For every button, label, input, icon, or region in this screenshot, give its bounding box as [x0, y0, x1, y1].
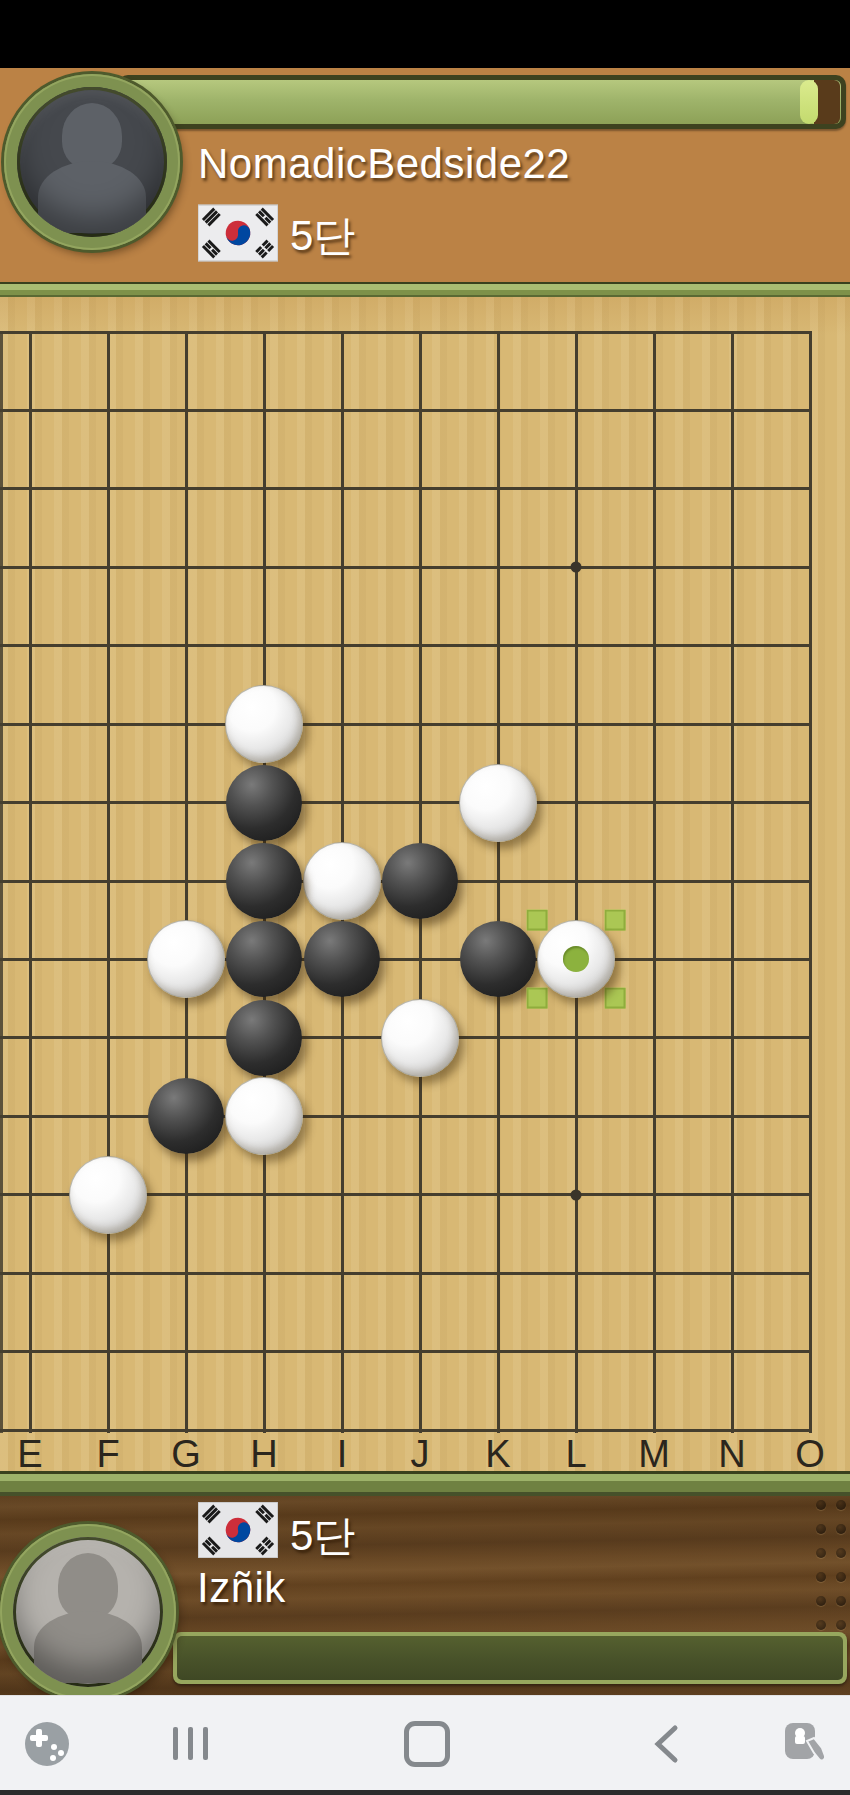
- grid-line-vertical: [107, 332, 110, 1433]
- column-label: L: [546, 1433, 606, 1476]
- column-label: I: [312, 1433, 372, 1476]
- black-stone: [226, 1000, 302, 1076]
- grid-line-vertical: [731, 332, 734, 1433]
- column-label: F: [78, 1433, 138, 1476]
- panel-rivet: [816, 1500, 826, 1510]
- time-bar-fill: [123, 80, 841, 124]
- grid-line-horizontal: [0, 1350, 812, 1353]
- bottom-player-avatar[interactable]: [0, 1524, 176, 1700]
- korea-flag-icon: [198, 1502, 278, 1558]
- black-stone: [382, 843, 458, 919]
- top-player-panel: NomadicBedside22 5단: [0, 68, 850, 282]
- panel-rivet: [816, 1596, 826, 1606]
- edge-touch-icon[interactable]: [780, 1696, 828, 1791]
- black-stone: [226, 843, 302, 919]
- game-screen: NomadicBedside22 5단 EFGHIJKLMNO: [0, 0, 850, 1795]
- top-player-time-bar: [118, 75, 846, 129]
- avatar-photo: [13, 1537, 163, 1687]
- black-stone: [460, 921, 536, 997]
- panel-rivet: [836, 1548, 846, 1558]
- omok-board[interactable]: EFGHIJKLMNO: [0, 297, 850, 1471]
- panel-rivet: [816, 1620, 826, 1630]
- column-label: K: [468, 1433, 528, 1476]
- last-move-corner-marker: [605, 988, 626, 1009]
- game-launcher-icon[interactable]: [25, 1696, 69, 1791]
- black-stone: [226, 921, 302, 997]
- grid-line-horizontal: [0, 487, 812, 490]
- white-stone: [225, 1077, 303, 1155]
- last-move-corner-marker: [605, 910, 626, 931]
- grid-line-horizontal: [0, 801, 812, 804]
- panel-rivet: [816, 1572, 826, 1582]
- grid-line-horizontal: [0, 566, 812, 569]
- grid-line-horizontal: [0, 1115, 812, 1118]
- grid-line-vertical: [809, 332, 812, 1433]
- panel-rivet: [836, 1524, 846, 1534]
- grid-line-vertical: [575, 332, 578, 1433]
- grid-line-horizontal: [0, 723, 812, 726]
- top-green-divider: [0, 282, 850, 297]
- column-label: G: [156, 1433, 216, 1476]
- grid-line-vertical: [653, 332, 656, 1433]
- black-stone: [148, 1078, 224, 1154]
- grid-line-horizontal: [0, 409, 812, 412]
- android-nav-bar: [0, 1695, 850, 1791]
- star-point: [571, 1189, 582, 1200]
- top-player-rank: 5단: [290, 208, 355, 264]
- panel-rivet: [836, 1596, 846, 1606]
- grid-line-horizontal: [0, 644, 812, 647]
- bottom-player-name: Izñik: [197, 1564, 286, 1612]
- last-move-corner-marker: [527, 910, 548, 931]
- star-point: [571, 562, 582, 573]
- grid-line-horizontal: [0, 1272, 812, 1275]
- column-label: N: [702, 1433, 762, 1476]
- column-label: J: [390, 1433, 450, 1476]
- white-stone: [147, 920, 225, 998]
- recents-icon[interactable]: [160, 1696, 220, 1791]
- top-player-name: NomadicBedside22: [198, 140, 570, 188]
- grid-line-vertical: [29, 332, 32, 1433]
- last-move-corner-marker: [527, 988, 548, 1009]
- top-player-avatar[interactable]: [4, 74, 180, 250]
- bottom-green-divider: [0, 1471, 850, 1496]
- grid-line-horizontal: [0, 331, 812, 334]
- home-icon[interactable]: [404, 1696, 450, 1791]
- white-stone: [225, 685, 303, 763]
- white-stone: [69, 1156, 147, 1234]
- column-label: H: [234, 1433, 294, 1476]
- korea-flag-icon: [198, 204, 278, 262]
- black-stone: [304, 921, 380, 997]
- time-bar-cap: [800, 80, 818, 124]
- back-icon[interactable]: [648, 1696, 684, 1791]
- panel-rivet: [816, 1548, 826, 1558]
- black-stone: [226, 765, 302, 841]
- avatar-photo: [17, 87, 167, 237]
- grid-line-horizontal: [0, 958, 812, 961]
- column-label: E: [0, 1433, 60, 1476]
- column-label: M: [624, 1433, 684, 1476]
- column-label: O: [780, 1433, 840, 1476]
- status-bar: [0, 0, 850, 68]
- grid-line-horizontal: [0, 1429, 812, 1432]
- last-move-dot-marker: [563, 946, 589, 972]
- white-stone: [459, 764, 537, 842]
- grid-line-vertical: [497, 332, 500, 1433]
- grid-line-vertical-edge: [0, 332, 3, 1433]
- bottom-player-panel: 5단 Izñik: [0, 1496, 850, 1695]
- white-stone: [381, 999, 459, 1077]
- panel-rivet: [836, 1500, 846, 1510]
- screen-bottom-edge: [0, 1790, 850, 1795]
- white-stone: [303, 842, 381, 920]
- bottom-player-time-bar: [173, 1632, 847, 1684]
- panel-rivet: [836, 1620, 846, 1630]
- bottom-player-rank: 5단: [290, 1508, 355, 1564]
- panel-rivet: [816, 1524, 826, 1534]
- panel-rivet: [836, 1572, 846, 1582]
- grid-line-vertical: [185, 332, 188, 1433]
